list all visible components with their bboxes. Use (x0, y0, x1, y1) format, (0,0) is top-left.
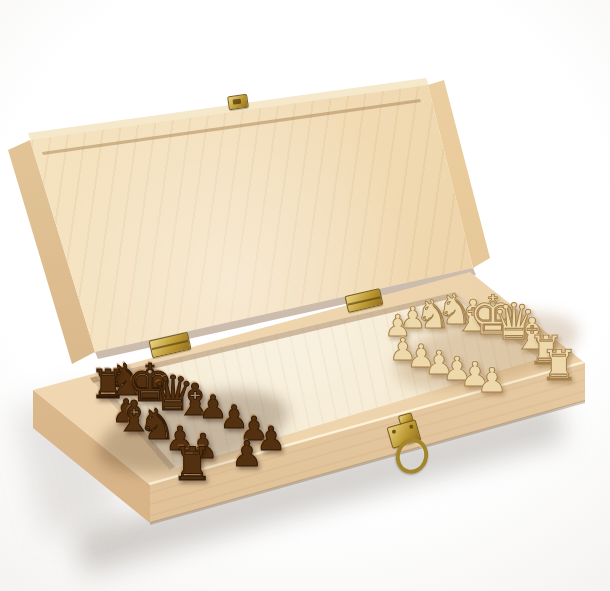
chess-box-photo: Open hinged wooden chess box photographe… (0, 0, 610, 591)
pieces-light: ♟♟♞♞♝♚♛♝♜♜♟♟♟♟♟♟ (0, 0, 610, 591)
light-pawn[interactable]: ♟ (477, 363, 507, 397)
light-knight[interactable]: ♞ (415, 294, 451, 334)
light-rook[interactable]: ♜ (540, 345, 578, 387)
